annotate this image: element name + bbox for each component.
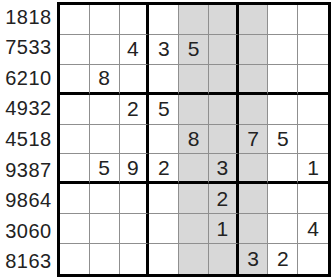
row-label-8: 3060 xyxy=(0,216,57,247)
cell-r6c7[interactable] xyxy=(239,154,269,184)
cell-r1c7[interactable] xyxy=(239,5,269,35)
cell-r4c9[interactable] xyxy=(298,95,328,125)
cell-r2c4[interactable]: 3 xyxy=(149,35,179,65)
cell-r8c8[interactable] xyxy=(268,214,298,244)
cell-r7c2[interactable] xyxy=(90,184,120,214)
cell-r2c2[interactable] xyxy=(90,35,120,65)
cell-r8c4[interactable] xyxy=(149,214,179,244)
cell-r7c8[interactable] xyxy=(268,184,298,214)
cell-r7c6[interactable]: 2 xyxy=(209,184,239,214)
cell-r2c1[interactable] xyxy=(60,35,90,65)
cell-r3c3[interactable] xyxy=(120,65,150,95)
cell-r5c2[interactable] xyxy=(90,125,120,155)
cell-r8c5[interactable] xyxy=(179,214,209,244)
cell-r9c3[interactable] xyxy=(120,244,150,274)
row-label-7: 9864 xyxy=(0,185,57,216)
cell-r1c4[interactable] xyxy=(149,5,179,35)
cell-r3c8[interactable] xyxy=(268,65,298,95)
cell-r9c6[interactable] xyxy=(209,244,239,274)
row-label-3: 6210 xyxy=(0,63,57,94)
cell-r9c8[interactable]: 2 xyxy=(268,244,298,274)
cell-r9c4[interactable] xyxy=(149,244,179,274)
cell-r1c5[interactable] xyxy=(179,5,209,35)
sudoku-board: 4358258755923121432 xyxy=(57,2,331,277)
cell-r5c1[interactable] xyxy=(60,125,90,155)
cell-r6c1[interactable] xyxy=(60,154,90,184)
cell-r8c7[interactable] xyxy=(239,214,269,244)
cell-r7c4[interactable] xyxy=(149,184,179,214)
cell-r7c3[interactable] xyxy=(120,184,150,214)
cell-r5c8[interactable]: 5 xyxy=(268,125,298,155)
cell-r4c8[interactable] xyxy=(268,95,298,125)
cell-r4c7[interactable] xyxy=(239,95,269,125)
cell-r3c7[interactable] xyxy=(239,65,269,95)
cell-r6c5[interactable] xyxy=(179,154,209,184)
cell-r1c9[interactable] xyxy=(298,5,328,35)
cell-r1c8[interactable] xyxy=(268,5,298,35)
cell-r3c9[interactable] xyxy=(298,65,328,95)
cell-r9c2[interactable] xyxy=(90,244,120,274)
cell-r6c8[interactable] xyxy=(268,154,298,184)
cell-r9c1[interactable] xyxy=(60,244,90,274)
cell-r4c1[interactable] xyxy=(60,95,90,125)
cell-r7c1[interactable] xyxy=(60,184,90,214)
cell-r9c9[interactable] xyxy=(298,244,328,274)
cell-r2c7[interactable] xyxy=(239,35,269,65)
cell-r4c4[interactable]: 5 xyxy=(149,95,179,125)
cell-r5c5[interactable]: 8 xyxy=(179,125,209,155)
cell-r6c3[interactable]: 9 xyxy=(120,154,150,184)
cell-r7c7[interactable] xyxy=(239,184,269,214)
cell-r6c2[interactable]: 5 xyxy=(90,154,120,184)
row-label-2: 7533 xyxy=(0,33,57,64)
cell-r6c4[interactable]: 2 xyxy=(149,154,179,184)
cell-r6c9[interactable]: 1 xyxy=(298,154,328,184)
cell-r4c2[interactable] xyxy=(90,95,120,125)
cell-r3c1[interactable] xyxy=(60,65,90,95)
cell-r3c2[interactable]: 8 xyxy=(90,65,120,95)
cell-r7c9[interactable] xyxy=(298,184,328,214)
row-label-4: 4932 xyxy=(0,94,57,125)
cell-r5c9[interactable] xyxy=(298,125,328,155)
cell-r5c4[interactable] xyxy=(149,125,179,155)
cell-r5c3[interactable] xyxy=(120,125,150,155)
cell-r6c6[interactable]: 3 xyxy=(209,154,239,184)
cell-r4c5[interactable] xyxy=(179,95,209,125)
cell-r8c3[interactable] xyxy=(120,214,150,244)
sudoku-screenshot: 1818 7533 6210 4932 4518 9387 9864 3060 … xyxy=(0,0,333,279)
row-label-9: 8163 xyxy=(0,247,57,278)
cell-r4c3[interactable]: 2 xyxy=(120,95,150,125)
cell-r7c5[interactable] xyxy=(179,184,209,214)
cell-r1c2[interactable] xyxy=(90,5,120,35)
cell-r1c3[interactable] xyxy=(120,5,150,35)
cell-r3c5[interactable] xyxy=(179,65,209,95)
cell-r3c6[interactable] xyxy=(209,65,239,95)
cell-r5c7[interactable]: 7 xyxy=(239,125,269,155)
cell-r9c5[interactable] xyxy=(179,244,209,274)
cell-r2c3[interactable]: 4 xyxy=(120,35,150,65)
cell-r2c6[interactable] xyxy=(209,35,239,65)
cell-r8c2[interactable] xyxy=(90,214,120,244)
cell-r2c9[interactable] xyxy=(298,35,328,65)
row-label-5: 4518 xyxy=(0,124,57,155)
cell-r5c6[interactable] xyxy=(209,125,239,155)
cell-r1c6[interactable] xyxy=(209,5,239,35)
row-label-6: 9387 xyxy=(0,155,57,186)
cell-r1c1[interactable] xyxy=(60,5,90,35)
cell-r2c5[interactable]: 5 xyxy=(179,35,209,65)
cell-r4c6[interactable] xyxy=(209,95,239,125)
cell-r8c6[interactable]: 1 xyxy=(209,214,239,244)
cell-r8c9[interactable]: 4 xyxy=(298,214,328,244)
row-label-1: 1818 xyxy=(0,2,57,33)
cell-r8c1[interactable] xyxy=(60,214,90,244)
cell-r9c7[interactable]: 3 xyxy=(239,244,269,274)
row-label-column: 1818 7533 6210 4932 4518 9387 9864 3060 … xyxy=(0,2,57,277)
cell-r3c4[interactable] xyxy=(149,65,179,95)
cell-r2c8[interactable] xyxy=(268,35,298,65)
